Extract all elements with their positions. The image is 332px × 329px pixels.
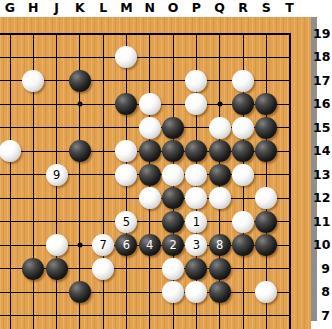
column-label: N <box>145 0 155 15</box>
stone-black-N14[interactable] <box>139 140 161 162</box>
row-label: 10 <box>313 237 331 253</box>
stone-white-R17[interactable] <box>232 70 254 92</box>
move-number: 3 <box>193 234 200 256</box>
go-board-panel: GHJKLMNOPQRST 642895173 1918171615141312… <box>0 0 332 329</box>
move-number: 7 <box>100 234 107 256</box>
stone-black-S14[interactable] <box>255 140 277 162</box>
column-label: M <box>120 0 132 15</box>
stone-white-P17[interactable] <box>185 70 207 92</box>
stone-black-K17[interactable] <box>69 70 91 92</box>
stone-white-Q12[interactable] <box>209 187 231 209</box>
stone-white-N12[interactable] <box>139 187 161 209</box>
column-label: R <box>238 0 248 15</box>
stone-black-K14[interactable] <box>69 140 91 162</box>
stone-white-H17[interactable] <box>22 70 44 92</box>
stone-black-P9[interactable] <box>185 258 207 280</box>
column-label: S <box>262 0 271 15</box>
stone-white-Q15[interactable] <box>209 117 231 139</box>
stone-white-O8[interactable] <box>162 281 184 303</box>
row-label: 17 <box>313 73 331 89</box>
move-number: 2 <box>169 234 176 256</box>
column-label: O <box>168 0 179 15</box>
stone-black-H9[interactable] <box>22 258 44 280</box>
stone-black-O14[interactable] <box>162 140 184 162</box>
row-label: 7 <box>313 308 331 324</box>
move-number: 8 <box>216 234 223 256</box>
stone-white-N16[interactable] <box>139 93 161 115</box>
row-label: 11 <box>313 214 331 230</box>
stone-white-N15[interactable] <box>139 117 161 139</box>
stone-black-R16[interactable] <box>232 93 254 115</box>
column-label: J <box>54 0 59 15</box>
stone-black-O11[interactable] <box>162 211 184 233</box>
stone-black-O12[interactable] <box>162 187 184 209</box>
stone-white-S12[interactable] <box>255 187 277 209</box>
stone-white-J10[interactable] <box>46 234 68 256</box>
stone-white-P12[interactable] <box>185 187 207 209</box>
row-label: 19 <box>313 26 331 42</box>
stone-white-L9[interactable] <box>92 258 114 280</box>
row-label: 9 <box>313 261 331 277</box>
move-9-stone[interactable]: 9 <box>46 164 68 186</box>
stone-white-P8[interactable] <box>185 281 207 303</box>
row-label: 14 <box>313 143 331 159</box>
stone-white-M14[interactable] <box>115 140 137 162</box>
move-8-stone[interactable]: 8 <box>209 234 231 256</box>
stone-black-O15[interactable] <box>162 117 184 139</box>
stone-black-J9[interactable] <box>46 258 68 280</box>
stone-black-S15[interactable] <box>255 117 277 139</box>
stone-white-P16[interactable] <box>185 93 207 115</box>
stone-black-Q13[interactable] <box>209 164 231 186</box>
move-1-stone[interactable]: 1 <box>185 211 207 233</box>
stone-white-R11[interactable] <box>232 211 254 233</box>
column-label: L <box>99 0 107 15</box>
stone-white-M13[interactable] <box>115 164 137 186</box>
move-number: 1 <box>193 211 200 233</box>
row-label: 8 <box>313 284 331 300</box>
column-label: G <box>5 0 15 15</box>
column-label: P <box>192 0 201 15</box>
move-number: 5 <box>123 211 130 233</box>
stone-black-M16[interactable] <box>115 93 137 115</box>
stone-black-S10[interactable] <box>255 234 277 256</box>
stone-black-P14[interactable] <box>185 140 207 162</box>
stone-white-P13[interactable] <box>185 164 207 186</box>
go-board[interactable]: 642895173 <box>0 17 311 329</box>
stone-white-S8[interactable] <box>255 281 277 303</box>
move-number: 9 <box>53 164 60 186</box>
stone-black-R14[interactable] <box>232 140 254 162</box>
column-label: H <box>28 0 38 15</box>
stone-white-G14[interactable] <box>0 140 21 162</box>
stone-black-Q8[interactable] <box>209 281 231 303</box>
stone-black-N13[interactable] <box>139 164 161 186</box>
move-6-stone[interactable]: 6 <box>115 234 137 256</box>
stone-black-S11[interactable] <box>255 211 277 233</box>
stone-white-R15[interactable] <box>232 117 254 139</box>
move-4-stone[interactable]: 4 <box>139 234 161 256</box>
stone-white-R13[interactable] <box>232 164 254 186</box>
stone-white-O9[interactable] <box>162 258 184 280</box>
column-label: T <box>285 0 294 15</box>
row-label: 15 <box>313 120 331 136</box>
move-7-stone[interactable]: 7 <box>92 234 114 256</box>
stone-black-Q9[interactable] <box>209 258 231 280</box>
move-3-stone[interactable]: 3 <box>185 234 207 256</box>
stone-white-O13[interactable] <box>162 164 184 186</box>
column-label: K <box>75 0 85 15</box>
move-number: 6 <box>123 234 130 256</box>
stone-black-S16[interactable] <box>255 93 277 115</box>
row-label: 12 <box>313 190 331 206</box>
row-label: 18 <box>313 49 331 65</box>
row-label: 13 <box>313 167 331 183</box>
move-5-stone[interactable]: 5 <box>115 211 137 233</box>
stone-black-R10[interactable] <box>232 234 254 256</box>
column-label: Q <box>214 0 225 15</box>
move-2-stone[interactable]: 2 <box>162 234 184 256</box>
row-label: 16 <box>313 96 331 112</box>
stone-white-M18[interactable] <box>115 46 137 68</box>
move-number: 4 <box>146 234 153 256</box>
stone-black-K8[interactable] <box>69 281 91 303</box>
stones-grid: 642895173 <box>0 22 301 328</box>
stone-black-Q14[interactable] <box>209 140 231 162</box>
